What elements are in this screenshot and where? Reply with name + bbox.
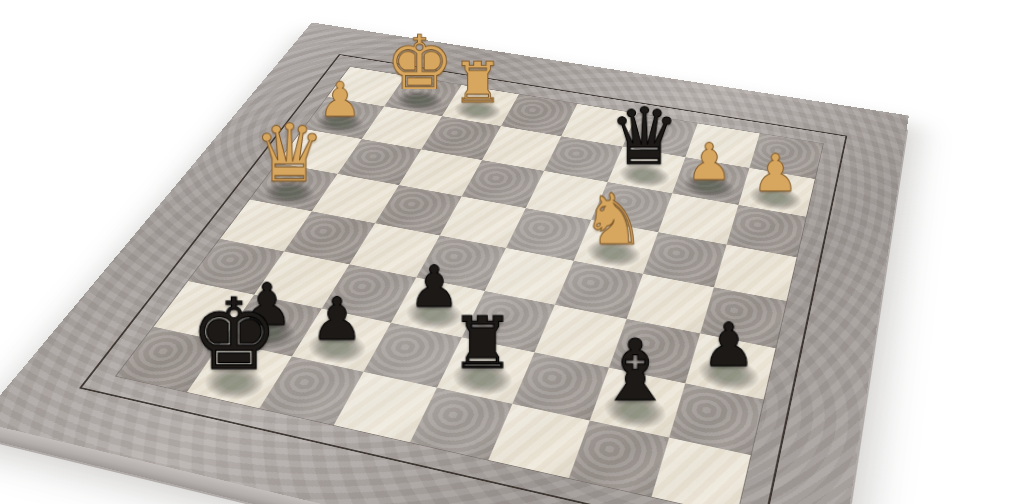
white-knight-glyph: ♞ [553,122,674,253]
white-queen-glyph: ♛ [232,69,346,193]
square-a8[interactable] [651,438,750,504]
white-rook-glyph: ♜ [425,0,530,110]
product-photo-scene: ♚♜♟♛♟♟♛♞♟♟♟♟♜♝♚ [0,0,1011,504]
black-rook-glyph: ♜ [415,233,549,378]
black-bishop-glyph: ♝ [566,261,704,410]
black-king-glyph: ♚ [166,236,301,382]
white-pawn-glyph: ♟ [718,73,833,197]
chess-board: ♚♜♟♛♟♟♛♞♟♟♟♟♜♝♚ [0,22,908,504]
